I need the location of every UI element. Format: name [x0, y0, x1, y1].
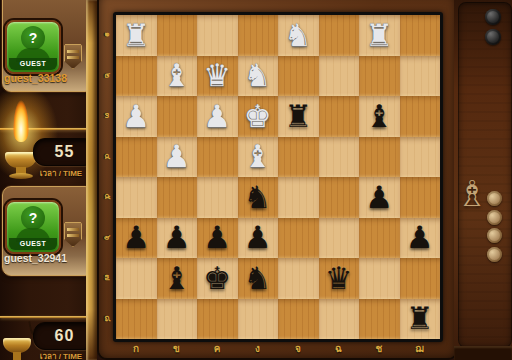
square-b7[interactable]: ♝	[157, 258, 198, 299]
square-d5[interactable]: ♞	[238, 177, 279, 218]
square-h4[interactable]	[400, 137, 441, 178]
square-d8[interactable]	[238, 299, 279, 340]
piece-white-khun-king[interactable]: ♚	[244, 101, 272, 132]
square-a4[interactable]	[116, 137, 157, 178]
rank-label: ๕	[101, 190, 114, 204]
square-a6[interactable]: ♟	[116, 218, 157, 259]
piece-black-bia-pawn[interactable]: ♟	[244, 222, 272, 253]
square-b6[interactable]: ♟	[157, 218, 198, 259]
square-c4[interactable]	[197, 137, 238, 178]
square-c5[interactable]	[197, 177, 238, 218]
gold-pillar-decoration	[86, 0, 97, 360]
square-c6[interactable]: ♟	[197, 218, 238, 259]
square-e2[interactable]	[278, 56, 319, 97]
file-label: ฉ	[329, 341, 349, 356]
square-c1[interactable]	[197, 15, 238, 56]
square-e5[interactable]	[278, 177, 319, 218]
rank-label: ๑	[101, 28, 114, 42]
square-c8[interactable]	[197, 299, 238, 340]
board-grid: ♜♞♜♝♛♞♟♟♚♜♝♟♝♞♟♟♟♟♟♟♝♚♞♛♜	[116, 15, 440, 339]
square-e8[interactable]	[278, 299, 319, 340]
piece-white-ma-knight[interactable]: ♞	[284, 20, 312, 51]
square-a2[interactable]	[116, 56, 157, 97]
piece-white-khon-bishop[interactable]: ♝	[244, 141, 272, 172]
piece-black-bia-pawn[interactable]: ♟	[122, 222, 150, 253]
unlit-candle-stem	[13, 352, 21, 360]
piece-black-ma-knight[interactable]: ♞	[244, 263, 272, 294]
piece-white-bia-pawn[interactable]: ♟	[203, 101, 231, 132]
file-label: ก	[126, 341, 146, 356]
square-d1[interactable]	[238, 15, 279, 56]
rank-label: ๖	[101, 230, 114, 244]
square-h3[interactable]	[400, 96, 441, 137]
piece-black-bia-pawn[interactable]: ♟	[203, 222, 231, 253]
piece-white-bia-pawn[interactable]: ♟	[122, 101, 150, 132]
square-h2[interactable]	[400, 56, 441, 97]
captured-white-bia	[487, 228, 502, 243]
square-c2[interactable]: ♛	[197, 56, 238, 97]
piece-black-rua-rook[interactable]: ♜	[406, 303, 434, 334]
square-e1[interactable]: ♞	[278, 15, 319, 56]
right-panel-ledge	[454, 346, 512, 360]
square-d6[interactable]: ♟	[238, 218, 279, 259]
file-label: ค	[207, 341, 227, 356]
square-f6[interactable]	[319, 218, 360, 259]
captured-white-bia	[487, 191, 502, 206]
file-label: จ	[288, 341, 308, 356]
square-f8[interactable]	[319, 299, 360, 340]
left-sidebar: ? GUEST guest_33138 55 เวลา / TIME ? GUE…	[0, 0, 97, 360]
square-g2[interactable]	[359, 56, 400, 97]
piece-white-rua-rook[interactable]: ♜	[122, 20, 150, 51]
square-g3[interactable]: ♝	[359, 96, 400, 137]
square-f2[interactable]	[319, 56, 360, 97]
square-f4[interactable]	[319, 137, 360, 178]
gold-divider	[0, 316, 97, 318]
piece-white-met-queen[interactable]: ♛	[203, 60, 231, 91]
square-d3[interactable]: ♚	[238, 96, 279, 137]
square-g7[interactable]	[359, 258, 400, 299]
player-block-top: ? GUEST guest_33138 55 เวลา / TIME	[0, 0, 86, 180]
avatar-question-icon: ?	[21, 26, 45, 50]
username-bottom: guest_32941	[4, 252, 94, 264]
piece-white-rua-rook[interactable]: ♜	[365, 20, 393, 51]
square-g4[interactable]	[359, 137, 400, 178]
guest-ribbon: GUEST	[9, 58, 57, 70]
piece-black-khun-king[interactable]: ♚	[203, 263, 231, 294]
square-d4[interactable]: ♝	[238, 137, 279, 178]
avatar-bottom-player[interactable]: ? GUEST	[5, 200, 61, 254]
square-g6[interactable]	[359, 218, 400, 259]
square-a3[interactable]: ♟	[116, 96, 157, 137]
unlit-candle-goblet-icon	[3, 338, 31, 353]
square-f3[interactable]	[319, 96, 360, 137]
square-b4[interactable]: ♟	[157, 137, 198, 178]
square-h8[interactable]: ♜	[400, 299, 441, 340]
captured-black-bia	[485, 29, 501, 45]
square-b5[interactable]	[157, 177, 198, 218]
square-e3[interactable]: ♜	[278, 96, 319, 137]
username-top: guest_33138	[4, 72, 94, 84]
square-h5[interactable]	[400, 177, 441, 218]
square-g8[interactable]	[359, 299, 400, 340]
square-a7[interactable]	[116, 258, 157, 299]
avatar-question-icon: ?	[21, 206, 45, 230]
rank-label: ๔	[101, 149, 114, 163]
avatar-top-player[interactable]: ? GUEST	[5, 20, 61, 74]
captured-white-bia	[487, 247, 502, 262]
square-f5[interactable]	[319, 177, 360, 218]
piece-white-khon-bishop[interactable]: ♝	[163, 60, 191, 91]
square-b3[interactable]	[157, 96, 198, 137]
square-c3[interactable]: ♟	[197, 96, 238, 137]
piece-black-khon-bishop[interactable]: ♝	[365, 101, 393, 132]
guest-ribbon: GUEST	[9, 238, 57, 250]
piece-black-bia-pawn[interactable]: ♟	[406, 222, 434, 253]
square-f7[interactable]: ♛	[319, 258, 360, 299]
square-e7[interactable]	[278, 258, 319, 299]
timer-label-top: เวลา / TIME	[28, 167, 94, 180]
right-panel: ♗	[454, 0, 512, 360]
square-h6[interactable]: ♟	[400, 218, 441, 259]
square-b1[interactable]	[157, 15, 198, 56]
square-b2[interactable]: ♝	[157, 56, 198, 97]
captured-white-bia	[487, 210, 502, 225]
square-c7[interactable]: ♚	[197, 258, 238, 299]
piece-black-met-queen[interactable]: ♛	[325, 263, 353, 294]
square-a5[interactable]	[116, 177, 157, 218]
board-frame: ♜♞♜♝♛♞♟♟♚♜♝♟♝♞♟♟♟♟♟♟♝♚♞♛♜ ๑๒๓๔๕๖๗๘ กขคงจ…	[97, 0, 458, 360]
piece-black-rua-rook[interactable]: ♜	[284, 101, 312, 132]
rank-label: ๘	[101, 311, 114, 325]
square-h1[interactable]	[400, 15, 441, 56]
piece-black-bia-pawn[interactable]: ♟	[365, 182, 393, 213]
timer-label-bottom: เวลา / TIME	[28, 350, 94, 360]
file-label: ข	[167, 341, 187, 356]
piece-white-ma-knight[interactable]: ♞	[244, 60, 272, 91]
piece-black-ma-knight[interactable]: ♞	[244, 182, 272, 213]
square-a1[interactable]: ♜	[116, 15, 157, 56]
square-f1[interactable]	[319, 15, 360, 56]
square-e6[interactable]	[278, 218, 319, 259]
square-b8[interactable]	[157, 299, 198, 340]
file-label: ง	[248, 341, 268, 356]
square-d7[interactable]: ♞	[238, 258, 279, 299]
rank-label: ๓	[101, 109, 114, 123]
piece-black-bia-pawn[interactable]: ♟	[163, 222, 191, 253]
rank-label: ๒	[101, 68, 114, 82]
square-h7[interactable]	[400, 258, 441, 299]
square-g1[interactable]: ♜	[359, 15, 400, 56]
captured-black-bia	[485, 9, 501, 25]
makruk-app: ? GUEST guest_33138 55 เวลา / TIME ? GUE…	[0, 0, 512, 360]
rank-label: ๗	[101, 271, 114, 285]
piece-white-bia-pawn[interactable]: ♟	[163, 141, 191, 172]
square-e4[interactable]	[278, 137, 319, 178]
square-a8[interactable]	[116, 299, 157, 340]
captured-white-khon: ♗	[456, 176, 484, 212]
square-d2[interactable]: ♞	[238, 56, 279, 97]
file-label: ฌ	[410, 341, 430, 356]
square-g5[interactable]: ♟	[359, 177, 400, 218]
player-block-bottom: ? GUEST guest_32941 60 เวลา / TIME	[0, 180, 86, 360]
piece-black-khon-bishop[interactable]: ♝	[163, 263, 191, 294]
file-label: ช	[369, 341, 389, 356]
